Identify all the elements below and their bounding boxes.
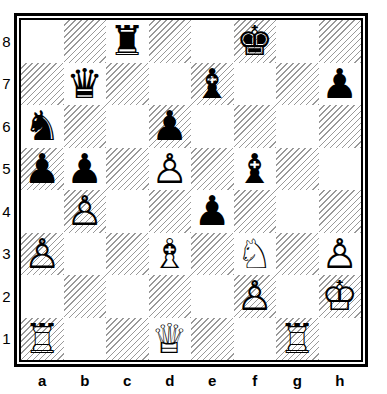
- piece-white-bishop[interactable]: ♗: [151, 233, 188, 276]
- file-label-e: e: [191, 369, 234, 391]
- piece-black-pawn[interactable]: ♟: [321, 63, 358, 106]
- square-h6[interactable]: [319, 105, 362, 148]
- square-g7[interactable]: [276, 63, 319, 106]
- square-d1[interactable]: ♕: [149, 318, 192, 361]
- piece-white-queen[interactable]: ♕: [151, 318, 188, 361]
- square-e6[interactable]: [191, 105, 234, 148]
- square-f6[interactable]: [234, 105, 277, 148]
- square-a8[interactable]: [21, 20, 64, 63]
- piece-white-knight[interactable]: ♘: [236, 233, 273, 276]
- square-a3[interactable]: ♙: [21, 233, 64, 276]
- square-f3[interactable]: ♘: [234, 233, 277, 276]
- square-a5[interactable]: ♟: [21, 148, 64, 191]
- piece-black-knight[interactable]: ♞: [24, 105, 61, 148]
- square-d8[interactable]: [149, 20, 192, 63]
- square-b6[interactable]: [64, 105, 107, 148]
- piece-white-king[interactable]: ♔: [321, 275, 358, 318]
- file-label-c: c: [106, 369, 149, 391]
- board-grid: ♜♚♛♝♟♞♟♟♟♙♝♙♟♙♗♘♙♙♔♖♕♖: [21, 20, 361, 360]
- piece-black-queen[interactable]: ♛: [66, 63, 103, 106]
- rank-label-1: 1: [0, 318, 13, 361]
- square-f1[interactable]: [234, 318, 277, 361]
- chess-board-inner-border: ♜♚♛♝♟♞♟♟♟♙♝♙♟♙♗♘♙♙♔♖♕♖: [19, 18, 363, 362]
- rank-label-7: 7: [0, 63, 13, 106]
- square-d3[interactable]: ♗: [149, 233, 192, 276]
- piece-white-pawn[interactable]: ♙: [24, 233, 61, 276]
- square-e7[interactable]: ♝: [191, 63, 234, 106]
- square-h5[interactable]: [319, 148, 362, 191]
- square-f2[interactable]: ♙: [234, 275, 277, 318]
- square-c6[interactable]: [106, 105, 149, 148]
- file-label-d: d: [149, 369, 192, 391]
- square-b8[interactable]: [64, 20, 107, 63]
- square-b4[interactable]: ♙: [64, 190, 107, 233]
- square-g3[interactable]: [276, 233, 319, 276]
- chess-board-frame: ♜♚♛♝♟♞♟♟♟♙♝♙♟♙♗♘♙♙♔♖♕♖: [14, 13, 368, 367]
- square-d5[interactable]: ♙: [149, 148, 192, 191]
- square-b5[interactable]: ♟: [64, 148, 107, 191]
- square-c2[interactable]: [106, 275, 149, 318]
- square-g4[interactable]: [276, 190, 319, 233]
- square-f8[interactable]: ♚: [234, 20, 277, 63]
- square-c4[interactable]: [106, 190, 149, 233]
- piece-black-bishop[interactable]: ♝: [236, 148, 273, 191]
- square-e8[interactable]: [191, 20, 234, 63]
- square-f7[interactable]: [234, 63, 277, 106]
- piece-white-pawn[interactable]: ♙: [236, 275, 273, 318]
- square-e2[interactable]: [191, 275, 234, 318]
- rank-label-6: 6: [0, 105, 13, 148]
- square-a6[interactable]: ♞: [21, 105, 64, 148]
- square-h2[interactable]: ♔: [319, 275, 362, 318]
- square-a1[interactable]: ♖: [21, 318, 64, 361]
- file-label-g: g: [276, 369, 319, 391]
- square-b2[interactable]: [64, 275, 107, 318]
- square-a7[interactable]: [21, 63, 64, 106]
- piece-white-pawn[interactable]: ♙: [66, 190, 103, 233]
- piece-black-pawn[interactable]: ♟: [194, 190, 231, 233]
- square-h7[interactable]: ♟: [319, 63, 362, 106]
- file-label-f: f: [234, 369, 277, 391]
- square-h1[interactable]: [319, 318, 362, 361]
- square-c7[interactable]: [106, 63, 149, 106]
- square-f5[interactable]: ♝: [234, 148, 277, 191]
- chess-diagram: 87654321 ♜♚♛♝♟♞♟♟♟♙♝♙♟♙♗♘♙♙♔♖♕♖ abcdefgh: [0, 0, 387, 394]
- rank-label-5: 5: [0, 148, 13, 191]
- piece-black-bishop[interactable]: ♝: [194, 63, 231, 106]
- rank-label-2: 2: [0, 275, 13, 318]
- square-d2[interactable]: [149, 275, 192, 318]
- rank-label-8: 8: [0, 20, 13, 63]
- file-label-b: b: [64, 369, 107, 391]
- piece-white-rook[interactable]: ♖: [24, 318, 61, 361]
- square-b7[interactable]: ♛: [64, 63, 107, 106]
- file-label-h: h: [319, 369, 362, 391]
- file-label-a: a: [21, 369, 64, 391]
- square-e1[interactable]: [191, 318, 234, 361]
- piece-black-pawn[interactable]: ♟: [66, 148, 103, 191]
- piece-black-pawn[interactable]: ♟: [24, 148, 61, 191]
- square-c3[interactable]: [106, 233, 149, 276]
- square-b3[interactable]: [64, 233, 107, 276]
- square-g5[interactable]: [276, 148, 319, 191]
- rank-label-3: 3: [0, 233, 13, 276]
- square-h8[interactable]: [319, 20, 362, 63]
- square-c8[interactable]: ♜: [106, 20, 149, 63]
- square-e3[interactable]: [191, 233, 234, 276]
- piece-white-pawn[interactable]: ♙: [151, 148, 188, 191]
- piece-black-rook[interactable]: ♜: [109, 20, 146, 63]
- piece-white-rook[interactable]: ♖: [279, 318, 316, 361]
- piece-black-pawn[interactable]: ♟: [151, 105, 188, 148]
- piece-black-king[interactable]: ♚: [236, 20, 273, 63]
- square-c5[interactable]: [106, 148, 149, 191]
- square-h3[interactable]: ♙: [319, 233, 362, 276]
- square-g8[interactable]: [276, 20, 319, 63]
- piece-white-pawn[interactable]: ♙: [321, 233, 358, 276]
- square-c1[interactable]: [106, 318, 149, 361]
- square-b1[interactable]: [64, 318, 107, 361]
- square-e4[interactable]: ♟: [191, 190, 234, 233]
- square-f4[interactable]: [234, 190, 277, 233]
- square-g1[interactable]: ♖: [276, 318, 319, 361]
- square-d7[interactable]: [149, 63, 192, 106]
- square-a4[interactable]: [21, 190, 64, 233]
- square-g6[interactable]: [276, 105, 319, 148]
- square-d4[interactable]: [149, 190, 192, 233]
- square-g2[interactable]: [276, 275, 319, 318]
- square-a2[interactable]: [21, 275, 64, 318]
- rank-label-4: 4: [0, 190, 13, 233]
- square-h4[interactable]: [319, 190, 362, 233]
- square-e5[interactable]: [191, 148, 234, 191]
- square-d6[interactable]: ♟: [149, 105, 192, 148]
